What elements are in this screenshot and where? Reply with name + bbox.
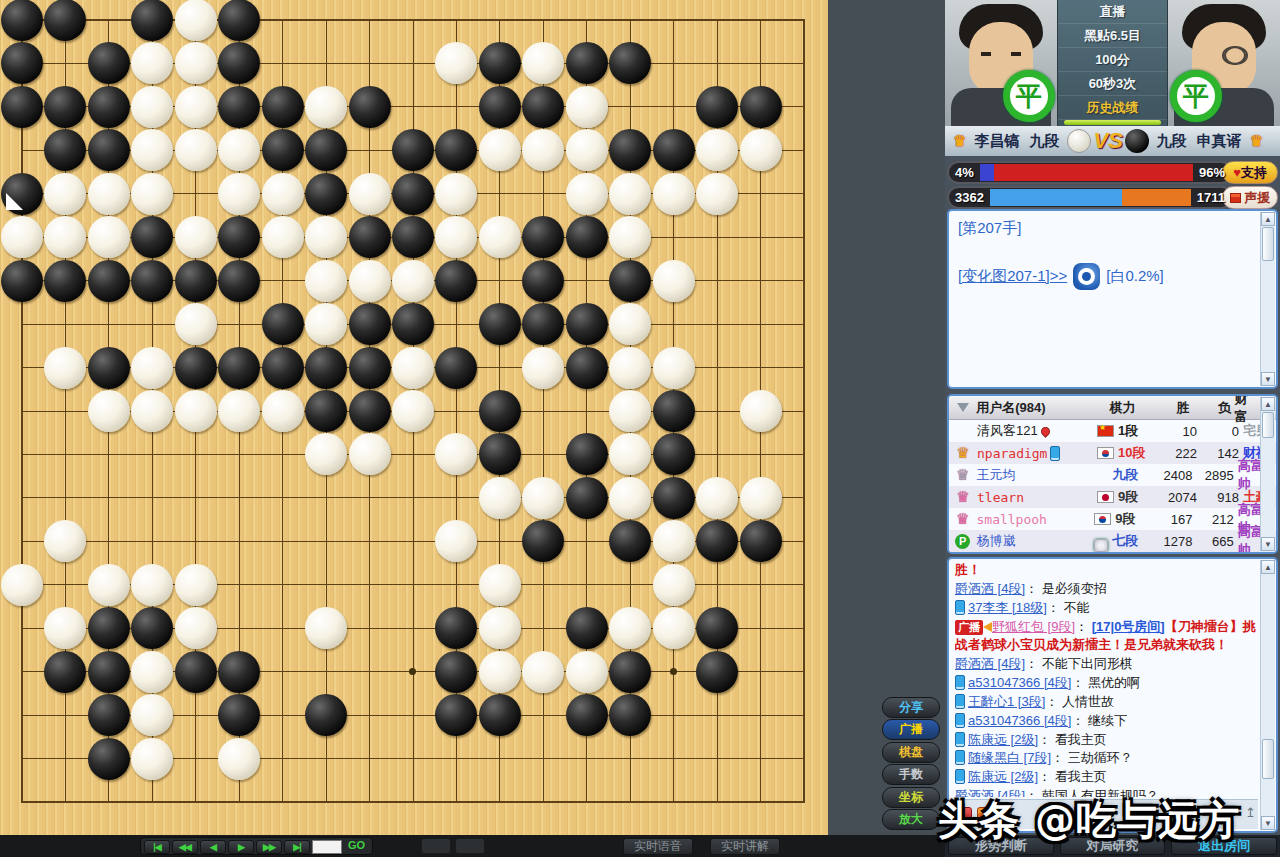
white-stone (479, 607, 521, 649)
black-stone (435, 260, 477, 302)
black-stone (566, 42, 608, 84)
user-name[interactable]: tlearn (977, 490, 1095, 505)
user-losses: 0 (1201, 424, 1243, 439)
black-stone (740, 520, 782, 562)
user-rank-icon: ♛ (949, 444, 977, 462)
user-name[interactable]: nparadigm (977, 446, 1095, 461)
gift-icon[interactable] (977, 807, 993, 823)
last-move-marker (6, 193, 23, 210)
white-stone (175, 86, 217, 128)
vs-label: VS (1093, 128, 1122, 154)
player-right-name[interactable]: 申真谞 (1197, 132, 1242, 151)
white-stone (522, 129, 564, 171)
nav-|◀-button[interactable]: |◀ (144, 840, 170, 854)
scroll-thumb[interactable] (1262, 412, 1274, 438)
location-pin-icon (1039, 425, 1052, 438)
mobile-icon (1050, 446, 1060, 461)
black-stone (88, 42, 130, 84)
room-link[interactable]: [17|0号房间] (1092, 619, 1165, 634)
user-row[interactable]: ♛nparadigm10段222142财神 (949, 442, 1276, 464)
side-button-放大[interactable]: 放大 (882, 809, 940, 830)
white-stone (88, 216, 130, 258)
chat-message: 37李李 [18级]： 不能 (955, 599, 1258, 618)
black-stone (218, 694, 260, 736)
broadcast-badge: 广播 (955, 620, 983, 636)
scroll-up-icon[interactable]: ▲ (1261, 560, 1275, 574)
chat-message: 陈康远 [2级]： 看我主页 (955, 731, 1258, 750)
black-stone (479, 86, 521, 128)
chat-scrollbar[interactable]: ▲ ▼ (1260, 560, 1275, 830)
black-stone (175, 651, 217, 693)
scroll-up-icon[interactable]: ▲ (1261, 397, 1275, 411)
white-stone (305, 433, 347, 475)
player-left-rank: 九段 (1029, 132, 1059, 151)
scroll-down-icon[interactable]: ▼ (1261, 372, 1275, 386)
chat-expand-icon[interactable]: ↥ (1245, 804, 1256, 823)
bottom-button-形势判断[interactable]: 形势判断 (948, 837, 1054, 855)
black-stone (566, 216, 608, 258)
black-stone (218, 42, 260, 84)
flag-kr-icon (1094, 513, 1111, 525)
gift-icon (1230, 193, 1241, 203)
byoyomi-label: 60秒3次 (1058, 72, 1167, 96)
col-strength[interactable]: 棋力 (1091, 399, 1153, 417)
move-number-label: [第207手] (958, 219, 1021, 238)
crown-icon: ♛ (1250, 132, 1263, 150)
black-stone (88, 694, 130, 736)
playback-toolbar: |◀◀◀◀▶▶▶▶|GO 实时语音 实时讲解 (0, 835, 945, 857)
white-stone (218, 129, 260, 171)
white-stone (609, 173, 651, 215)
winrate-left-value: 4% (949, 165, 980, 180)
flag-kr-icon (1097, 447, 1114, 459)
go-button[interactable]: GO (344, 839, 369, 853)
user-name[interactable]: 王元均 (976, 466, 1092, 484)
white-stone (131, 694, 173, 736)
white-stone (349, 260, 391, 302)
black-stone (653, 390, 695, 432)
white-stone (44, 347, 86, 389)
black-stone (88, 607, 130, 649)
black-stone (609, 129, 651, 171)
black-stone (305, 173, 347, 215)
black-stone (44, 651, 86, 693)
chat-message: 爵酒酒 [4段]： 韩国人有用新规吗？ (955, 787, 1258, 797)
black-stone (349, 86, 391, 128)
winrate-right-segment (994, 164, 1193, 181)
user-strength: 9段 (1092, 510, 1155, 528)
chat-user-link[interactable]: 王辭心1 [3段] (968, 694, 1045, 709)
scroll-thumb[interactable] (1262, 739, 1274, 779)
black-stone (1, 260, 43, 302)
user-list-panel: 用户名(984) 棋力 胜 负 财富 清风客1211段100宅男♛nparadi… (947, 394, 1278, 554)
white-stone (349, 173, 391, 215)
black-stone (566, 477, 608, 519)
user-strength: 9段 (1095, 488, 1159, 506)
black-stone (653, 129, 695, 171)
side-button-广播[interactable]: 广播 (882, 719, 940, 740)
side-button-分享[interactable]: 分享 (882, 697, 940, 718)
white-stone (88, 173, 130, 215)
dim-button-1[interactable] (421, 838, 451, 854)
speaker-icon (983, 622, 992, 632)
user-wins: 222 (1159, 446, 1201, 461)
winrate-bar: 4% 96% (947, 161, 1233, 184)
chat-user-link[interactable]: 陈康远 [2级] (968, 769, 1038, 784)
flag-badge-icon (1094, 539, 1108, 552)
black-stone (740, 86, 782, 128)
white-stone (522, 651, 564, 693)
history-record-button[interactable]: 历史战绩 (1058, 96, 1167, 120)
black-stone (305, 347, 347, 389)
white-stone (44, 216, 86, 258)
chat-panel: 胜！爵酒酒 [4段]： 是必须变招37李李 [18级]： 不能广播野狐红包 [9… (947, 557, 1278, 833)
white-stone (566, 173, 608, 215)
black-stone (218, 0, 260, 41)
black-stone (305, 129, 347, 171)
white-stone (305, 216, 347, 258)
bottom-button-退出房间[interactable]: 退出房间 (1171, 837, 1277, 855)
black-stone (44, 260, 86, 302)
player-photo-right: 平 (1168, 0, 1280, 126)
white-stone (696, 477, 738, 519)
user-rank-icon: ♛ (949, 466, 976, 484)
white-stone (88, 390, 130, 432)
black-stone (435, 651, 477, 693)
user-row[interactable]: ♛tlearn9段2074918土豪 (949, 486, 1276, 508)
scroll-up-icon[interactable]: ▲ (1261, 212, 1275, 226)
user-name[interactable]: smallpooh (976, 512, 1092, 527)
white-stone (522, 347, 564, 389)
black-stone (131, 216, 173, 258)
side-button-棋盘[interactable]: 棋盘 (882, 742, 940, 763)
scroll-down-icon[interactable]: ▼ (1261, 816, 1275, 830)
user-strength: 10段 (1095, 444, 1159, 462)
cheer-right-segment (1122, 189, 1191, 206)
user-row[interactable]: ♛王元均九段24082895高富帅 (949, 464, 1276, 486)
black-stone (435, 347, 477, 389)
white-stone (131, 129, 173, 171)
black-stone (218, 260, 260, 302)
nav-◀◀-button[interactable]: ◀◀ (172, 840, 198, 854)
black-stone (479, 303, 521, 345)
bottom-button-对局研究[interactable]: 对局研究 (1060, 837, 1166, 855)
black-stone (1, 0, 43, 41)
chat-user-link[interactable]: 爵酒酒 [4段] (955, 581, 1025, 596)
black-stone (131, 260, 173, 302)
move-input[interactable] (312, 840, 342, 854)
user-losses: 212 (1196, 512, 1237, 527)
white-stone (131, 651, 173, 693)
white-stone (349, 433, 391, 475)
white-stone (131, 564, 173, 606)
white-stone (479, 651, 521, 693)
user-losses: 918 (1201, 490, 1243, 505)
black-stone (131, 607, 173, 649)
white-stone (653, 347, 695, 389)
variation-link[interactable]: [变化图207-1]>> (958, 267, 1067, 286)
black-stone (609, 694, 651, 736)
star-point (670, 668, 677, 675)
black-stone (392, 173, 434, 215)
white-stone (696, 129, 738, 171)
room-actions-bar: 形势判断对局研究退出房间 (945, 835, 1280, 857)
user-wins: 167 (1155, 512, 1196, 527)
white-stone (566, 129, 608, 171)
black-stone (435, 694, 477, 736)
black-stone (566, 694, 608, 736)
nav-▶▶-button[interactable]: ▶▶ (256, 840, 282, 854)
side-button-手数[interactable]: 手数 (882, 764, 940, 785)
chat-messages: 胜！爵酒酒 [4段]： 是必须变招37李李 [18级]： 不能广播野狐红包 [9… (955, 561, 1258, 797)
white-stone (653, 173, 695, 215)
black-stone (479, 433, 521, 475)
microphone-icon[interactable] (1002, 808, 1012, 822)
white-stone (522, 477, 564, 519)
filter-icon[interactable] (957, 403, 969, 412)
black-stone (435, 129, 477, 171)
white-stone (435, 173, 477, 215)
chat-user-link[interactable]: 37李李 [18级] (968, 600, 1047, 615)
white-stone (88, 564, 130, 606)
heart-icon: ♥ (1233, 165, 1241, 180)
white-stone (522, 42, 564, 84)
white-stone (566, 86, 608, 128)
black-stone (262, 347, 304, 389)
white-stone (175, 42, 217, 84)
maintime-label: 100分 (1058, 48, 1167, 72)
vs-row: ♛ 李昌镐 九段 VS 九段 申真谞 ♛ (945, 126, 1280, 156)
black-stone (609, 651, 651, 693)
white-stone (435, 433, 477, 475)
black-stone (262, 303, 304, 345)
white-stone (44, 607, 86, 649)
white-stone (479, 564, 521, 606)
white-stone (305, 260, 347, 302)
chat-user-link[interactable]: a531047366 [4段] (968, 713, 1071, 728)
chat-user-link[interactable]: a531047366 [4段] (968, 675, 1071, 690)
white-stone (175, 564, 217, 606)
chat-message: a531047366 [4段]： 继续下 (955, 712, 1258, 731)
col-losses[interactable]: 负 (1194, 399, 1235, 417)
match-info-column: 直播 黑贴6.5目 100分 60秒3次 历史战绩 (1057, 0, 1168, 126)
emoticon-icon[interactable] (956, 807, 972, 823)
mobile-icon (955, 694, 965, 709)
white-stone (131, 86, 173, 128)
black-stone (88, 129, 130, 171)
cheer-right-value: 1711 (1191, 190, 1231, 205)
flag-cn-icon (1097, 425, 1114, 437)
chat-input-bar (951, 799, 1258, 829)
white-stone (44, 173, 86, 215)
white-stone (609, 347, 651, 389)
chat-message: a531047366 [4段]： 黑优的啊 (955, 674, 1258, 693)
black-stone (696, 607, 738, 649)
black-stone (522, 86, 564, 128)
black-stone (566, 433, 608, 475)
engine-eval-label: [白0.2%] (1106, 267, 1164, 286)
white-stone (305, 303, 347, 345)
black-stone (653, 477, 695, 519)
user-row[interactable]: ♛smallpooh9段167212高富帅 (949, 508, 1276, 530)
chat-user-link[interactable]: 陈康远 [2级] (968, 732, 1038, 747)
winrate-left-segment (980, 164, 994, 181)
black-stone (392, 216, 434, 258)
live-label: 直播 (1058, 0, 1167, 24)
mobile-icon (955, 600, 965, 615)
black-stone (609, 260, 651, 302)
white-stone (218, 173, 260, 215)
black-stone (392, 303, 434, 345)
ping-badge-right: 平 (1170, 70, 1222, 122)
black-stone (522, 520, 564, 562)
black-stone (305, 694, 347, 736)
white-stone (218, 390, 260, 432)
white-stone (392, 347, 434, 389)
black-stone (349, 347, 391, 389)
black-stone (1, 86, 43, 128)
white-stone (740, 129, 782, 171)
white-stone (262, 390, 304, 432)
col-username[interactable]: 用户名(984) (976, 399, 1091, 417)
white-stone (305, 607, 347, 649)
user-list-body: 清风客1211段100宅男♛nparadigm10段222142财神♛王元均九段… (949, 420, 1276, 552)
dim-button-2[interactable] (455, 838, 485, 854)
crown-icon: ♛ (953, 132, 966, 150)
pink-crown-icon: ♛ (956, 488, 969, 505)
grid-line (803, 19, 805, 803)
user-row[interactable]: P杨博崴七段1278665高富帅 (949, 530, 1276, 552)
game-record-panel: [第207手] [变化图207-1]>> [白0.2%] ▲ ▼ (947, 209, 1278, 389)
white-stone (305, 86, 347, 128)
go-board[interactable] (0, 0, 828, 835)
user-row[interactable]: 清风客1211段100宅男 (949, 420, 1276, 442)
chat-message: 广播野狐红包 [9段]： [17|0号房间]【刀神擂台】挑战者鹤球小宝贝成为新擂… (955, 618, 1258, 656)
col-wins[interactable]: 胜 (1153, 399, 1194, 417)
white-stone (566, 651, 608, 693)
white-stone (1, 564, 43, 606)
live-explain-button[interactable]: 实时讲解 (710, 838, 780, 855)
black-stone (44, 129, 86, 171)
star-point (409, 668, 416, 675)
chat-user-link[interactable]: 随缘黑白 [7段] (968, 750, 1051, 765)
ping-badge-left: 平 (1003, 70, 1055, 122)
black-stone (88, 260, 130, 302)
mobile-icon (955, 750, 965, 765)
black-stone (479, 42, 521, 84)
user-wins: 2074 (1159, 490, 1201, 505)
white-stone (609, 433, 651, 475)
white-stone (131, 347, 173, 389)
side-button-坐标[interactable]: 坐标 (882, 787, 940, 808)
user-strength: 九段 (1092, 466, 1155, 484)
white-stone (609, 303, 651, 345)
nav-▶-button[interactable]: ▶ (228, 840, 254, 854)
black-stone (305, 390, 347, 432)
black-stone (218, 651, 260, 693)
grid-line (21, 801, 805, 803)
mobile-icon (955, 732, 965, 747)
white-stone (740, 390, 782, 432)
user-name[interactable]: 清风客121 (977, 422, 1095, 440)
black-stone (609, 42, 651, 84)
black-stone (696, 651, 738, 693)
black-stone (566, 303, 608, 345)
scroll-down-icon[interactable]: ▼ (1261, 537, 1275, 551)
cheer-left-segment (990, 189, 1122, 206)
record-scrollbar[interactable]: ▲ ▼ (1260, 212, 1275, 386)
white-stone (392, 260, 434, 302)
black-stone (88, 738, 130, 780)
user-wins: 10 (1159, 424, 1201, 439)
black-stone (566, 607, 608, 649)
mobile-icon (955, 713, 965, 728)
chat-user-link[interactable]: 野狐红包 [9段] (992, 619, 1075, 634)
user-losses: 142 (1201, 446, 1243, 461)
black-stone (349, 216, 391, 258)
white-stone (175, 607, 217, 649)
white-stone (131, 42, 173, 84)
black-stone (1, 42, 43, 84)
white-stone (435, 520, 477, 562)
white-stone (44, 520, 86, 562)
avatar-eyes (981, 52, 1021, 56)
avatar-glasses (1198, 46, 1250, 62)
user-wins: 2408 (1155, 468, 1196, 483)
black-stone (479, 694, 521, 736)
white-stone (653, 564, 695, 606)
white-stone (262, 173, 304, 215)
black-stone (349, 390, 391, 432)
black-stone (522, 303, 564, 345)
mobile-icon (955, 769, 965, 784)
scroll-thumb[interactable] (1262, 227, 1274, 261)
chat-message: 爵酒酒 [4段]： 不能下出同形棋 (955, 655, 1258, 674)
white-stone (609, 390, 651, 432)
black-stone-icon (1125, 129, 1149, 153)
black-stone (218, 347, 260, 389)
user-rank-icon: ♛ (949, 488, 977, 506)
komi-label: 黑贴6.5目 (1058, 24, 1167, 48)
user-losses: 665 (1196, 534, 1237, 549)
p-badge-icon: P (955, 534, 970, 549)
white-stone (435, 42, 477, 84)
white-stone (175, 129, 217, 171)
userlist-scrollbar[interactable]: ▲ ▼ (1260, 397, 1275, 551)
black-stone (696, 520, 738, 562)
nav-▶|-button[interactable]: ▶| (284, 840, 310, 854)
user-strength: 1段 (1095, 422, 1159, 440)
user-rank-icon: ♛ (949, 510, 976, 528)
user-name[interactable]: 杨博崴 (976, 532, 1092, 550)
black-stone (44, 0, 86, 41)
white-stone (740, 477, 782, 519)
chat-user-link[interactable]: 爵酒酒 [4段] (955, 656, 1025, 671)
white-stone (609, 477, 651, 519)
white-stone (479, 477, 521, 519)
chat-user-link[interactable]: 爵酒酒 [4段] (955, 788, 1025, 797)
white-stone (696, 173, 738, 215)
player-left-name[interactable]: 李昌镐 (974, 132, 1019, 151)
gold-crown-icon: ♛ (956, 444, 969, 461)
player-photo-left: 平 (945, 0, 1057, 126)
white-stone (435, 216, 477, 258)
black-stone (131, 0, 173, 41)
white-stone (175, 303, 217, 345)
live-voice-button[interactable]: 实时语音 (623, 838, 693, 855)
white-stone (131, 390, 173, 432)
nav-◀-button[interactable]: ◀ (200, 840, 226, 854)
